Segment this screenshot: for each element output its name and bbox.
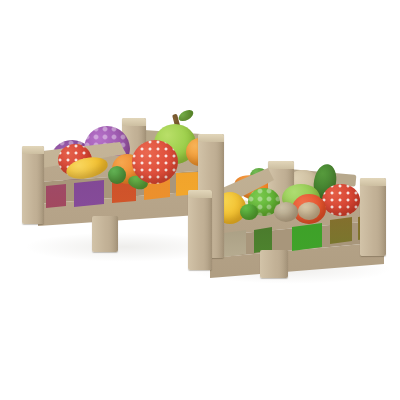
post-cap [122,118,146,126]
vegetable-crate-west-post [188,190,212,270]
post-cap [188,190,212,198]
toy-pea-pod [240,204,258,220]
product-photo [0,0,400,400]
toy-potato [298,202,320,220]
toy-strawberry-big [132,140,178,184]
toy-red-pepper [322,184,360,216]
post-cap [268,161,294,169]
fruit-crate-west-post [22,146,44,224]
post-cap [22,146,44,154]
toy-mushroom-small [274,202,298,222]
toy-green-calyx [108,166,126,184]
fruit-crate-middle-leg [92,216,118,252]
vegetable-crate-east-post [360,178,386,256]
post-cap [360,178,386,186]
post-cap [198,134,224,142]
vegetable-crate-middle-leg [260,250,288,278]
